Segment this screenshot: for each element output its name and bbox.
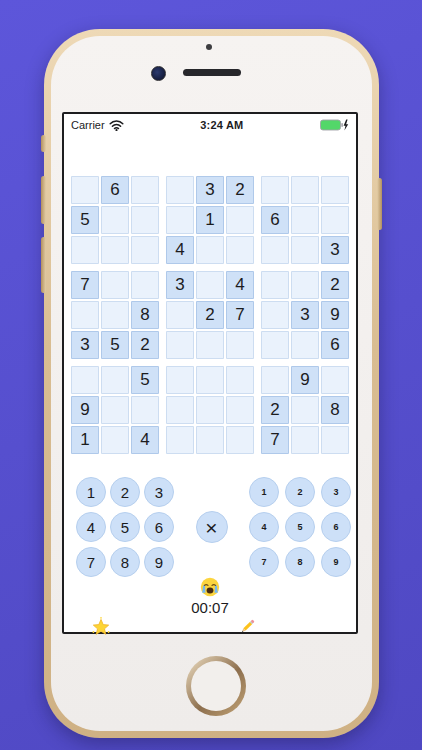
box-2: 3214	[166, 176, 254, 264]
timer-label: 00:07	[64, 599, 356, 616]
cell-r1c4[interactable]	[166, 176, 194, 204]
cell-r1c5[interactable]: 3	[196, 176, 224, 204]
carrier-label: Carrier	[71, 119, 105, 131]
cell-r1c6[interactable]: 2	[226, 176, 254, 204]
hint-button[interactable]	[64, 616, 137, 638]
numpad-main-8[interactable]: 8	[110, 547, 140, 577]
numpad-notes: 123456789	[249, 477, 351, 577]
box-7: 5914	[71, 366, 159, 454]
cell-r4c2[interactable]	[101, 271, 129, 299]
delete-button[interactable]: ×	[196, 511, 228, 543]
cell-r9c4[interactable]	[166, 426, 194, 454]
cell-r5c9[interactable]: 9	[321, 301, 349, 329]
cell-r1c1[interactable]	[71, 176, 99, 204]
cell-r4c9[interactable]: 2	[321, 271, 349, 299]
home-button[interactable]	[186, 656, 246, 716]
cell-r5c1[interactable]	[71, 301, 99, 329]
cell-r7c2[interactable]	[101, 366, 129, 394]
cell-r5c2[interactable]	[101, 301, 129, 329]
cell-r3c6[interactable]	[226, 236, 254, 264]
cell-r8c3[interactable]	[131, 396, 159, 424]
numpad-main-2[interactable]: 2	[110, 477, 140, 507]
cell-r1c8[interactable]	[291, 176, 319, 204]
cell-r3c8[interactable]	[291, 236, 319, 264]
proximity-sensor-dot	[206, 44, 212, 50]
pencil-icon	[237, 617, 257, 637]
cell-r5c7[interactable]	[261, 301, 289, 329]
cell-r7c4[interactable]	[166, 366, 194, 394]
cell-r3c2[interactable]	[101, 236, 129, 264]
cell-r6c6[interactable]	[226, 331, 254, 359]
numpad-main-3[interactable]: 3	[144, 477, 174, 507]
cell-r3c7[interactable]	[261, 236, 289, 264]
cell-r7c8[interactable]: 9	[291, 366, 319, 394]
cell-r9c2[interactable]	[101, 426, 129, 454]
cell-r9c8[interactable]	[291, 426, 319, 454]
cell-r8c2[interactable]	[101, 396, 129, 424]
numpad-notes-4[interactable]: 4	[249, 512, 279, 542]
cell-r4c8[interactable]	[291, 271, 319, 299]
cell-r6c1[interactable]: 3	[71, 331, 99, 359]
cell-r8c6[interactable]	[226, 396, 254, 424]
cell-r2c8[interactable]	[291, 206, 319, 234]
cell-r1c7[interactable]	[261, 176, 289, 204]
glowing-star-icon	[91, 617, 111, 637]
box-3: 63	[261, 176, 349, 264]
cell-r3c9[interactable]: 3	[321, 236, 349, 264]
page-background: Carrier 3:24 AM	[0, 0, 422, 750]
pencil-mode-button[interactable]	[210, 616, 283, 638]
cell-r2c5[interactable]: 1	[196, 206, 224, 234]
cell-r4c3[interactable]	[131, 271, 159, 299]
iphone-mockup: Carrier 3:24 AM	[44, 29, 379, 738]
cell-r1c2[interactable]: 6	[101, 176, 129, 204]
cell-r5c3[interactable]: 8	[131, 301, 159, 329]
box-8	[166, 366, 254, 454]
cell-r5c8[interactable]: 3	[291, 301, 319, 329]
cell-r9c9[interactable]	[321, 426, 349, 454]
app-screen: Carrier 3:24 AM	[62, 112, 358, 634]
number-pads: 123456789 × 123456789	[64, 477, 356, 577]
numpad-notes-1[interactable]: 1	[249, 477, 279, 507]
cell-r7c5[interactable]	[196, 366, 224, 394]
box-4: 78352	[71, 271, 159, 359]
numpad-main-9[interactable]: 9	[144, 547, 174, 577]
mood-indicator	[64, 577, 356, 597]
cell-r4c4[interactable]: 3	[166, 271, 194, 299]
cell-r7c6[interactable]	[226, 366, 254, 394]
cell-r2c9[interactable]	[321, 206, 349, 234]
cell-r4c5[interactable]	[196, 271, 224, 299]
bottom-toolbar	[64, 616, 356, 645]
cell-r8c9[interactable]: 8	[321, 396, 349, 424]
cell-r7c1[interactable]	[71, 366, 99, 394]
box-1: 65	[71, 176, 159, 264]
mute-switch[interactable]	[41, 135, 46, 152]
cell-r7c3[interactable]: 5	[131, 366, 159, 394]
cell-r6c8[interactable]	[291, 331, 319, 359]
cell-r3c3[interactable]	[131, 236, 159, 264]
cell-r2c3[interactable]	[131, 206, 159, 234]
numpad-notes-7[interactable]: 7	[249, 547, 279, 577]
numpad-main-4[interactable]: 4	[76, 512, 106, 542]
cell-r6c9[interactable]: 6	[321, 331, 349, 359]
cell-r9c5[interactable]	[196, 426, 224, 454]
cell-r6c7[interactable]	[261, 331, 289, 359]
cell-r8c5[interactable]	[196, 396, 224, 424]
numpad-main-5[interactable]: 5	[110, 512, 140, 542]
cell-r7c7[interactable]	[261, 366, 289, 394]
cell-r9c1[interactable]: 1	[71, 426, 99, 454]
front-camera	[151, 66, 166, 81]
cell-r8c1[interactable]: 9	[71, 396, 99, 424]
cell-r3c5[interactable]	[196, 236, 224, 264]
box-5: 3427	[166, 271, 254, 359]
numpad-notes-2[interactable]: 2	[285, 477, 315, 507]
cell-r3c4[interactable]: 4	[166, 236, 194, 264]
cell-r9c6[interactable]	[226, 426, 254, 454]
wifi-icon	[109, 120, 124, 131]
cell-r5c6[interactable]: 7	[226, 301, 254, 329]
numpad-notes-6[interactable]: 6	[321, 512, 351, 542]
cell-r6c4[interactable]	[166, 331, 194, 359]
box-6: 2396	[261, 271, 349, 359]
cell-r9c3[interactable]: 4	[131, 426, 159, 454]
numpad-notes-5[interactable]: 5	[285, 512, 315, 542]
battery-charging-icon	[320, 119, 349, 131]
cell-r3c1[interactable]	[71, 236, 99, 264]
status-time: 3:24 AM	[200, 119, 243, 131]
cell-r2c7[interactable]: 6	[261, 206, 289, 234]
crying-face-emoji	[200, 577, 220, 597]
toolbar-spacer-2	[283, 616, 356, 638]
cell-r4c7[interactable]	[261, 271, 289, 299]
cell-r2c6[interactable]	[226, 206, 254, 234]
toolbar-spacer-1	[137, 616, 210, 638]
cell-r9c7[interactable]: 7	[261, 426, 289, 454]
cell-r8c7[interactable]: 2	[261, 396, 289, 424]
sudoku-board: 65321463783523427239659149287	[71, 176, 349, 454]
cell-r5c4[interactable]	[166, 301, 194, 329]
numpad-main: 123456789	[76, 477, 174, 577]
status-bar: Carrier 3:24 AM	[64, 114, 356, 136]
numpad-notes-9[interactable]: 9	[321, 547, 351, 577]
numpad-main-6[interactable]: 6	[144, 512, 174, 542]
numpad-main-1[interactable]: 1	[76, 477, 106, 507]
cell-r2c1[interactable]: 5	[71, 206, 99, 234]
cell-r8c8[interactable]	[291, 396, 319, 424]
numpad-main-7[interactable]: 7	[76, 547, 106, 577]
cell-r8c4[interactable]	[166, 396, 194, 424]
cell-r6c3[interactable]: 2	[131, 331, 159, 359]
cell-r2c2[interactable]	[101, 206, 129, 234]
box-9: 9287	[261, 366, 349, 454]
cell-r5c5[interactable]: 2	[196, 301, 224, 329]
cell-r1c3[interactable]	[131, 176, 159, 204]
earpiece-speaker	[183, 69, 241, 76]
cell-r6c2[interactable]: 5	[101, 331, 129, 359]
numpad-notes-8[interactable]: 8	[285, 547, 315, 577]
cell-r7c9[interactable]	[321, 366, 349, 394]
volume-up-button[interactable]	[41, 176, 46, 224]
cell-r6c5[interactable]	[196, 331, 224, 359]
cell-r4c1[interactable]: 7	[71, 271, 99, 299]
cell-r4c6[interactable]: 4	[226, 271, 254, 299]
cell-r1c9[interactable]	[321, 176, 349, 204]
numpad-notes-3[interactable]: 3	[321, 477, 351, 507]
cell-r2c4[interactable]	[166, 206, 194, 234]
volume-down-button[interactable]	[41, 237, 46, 293]
power-button[interactable]	[377, 178, 382, 230]
